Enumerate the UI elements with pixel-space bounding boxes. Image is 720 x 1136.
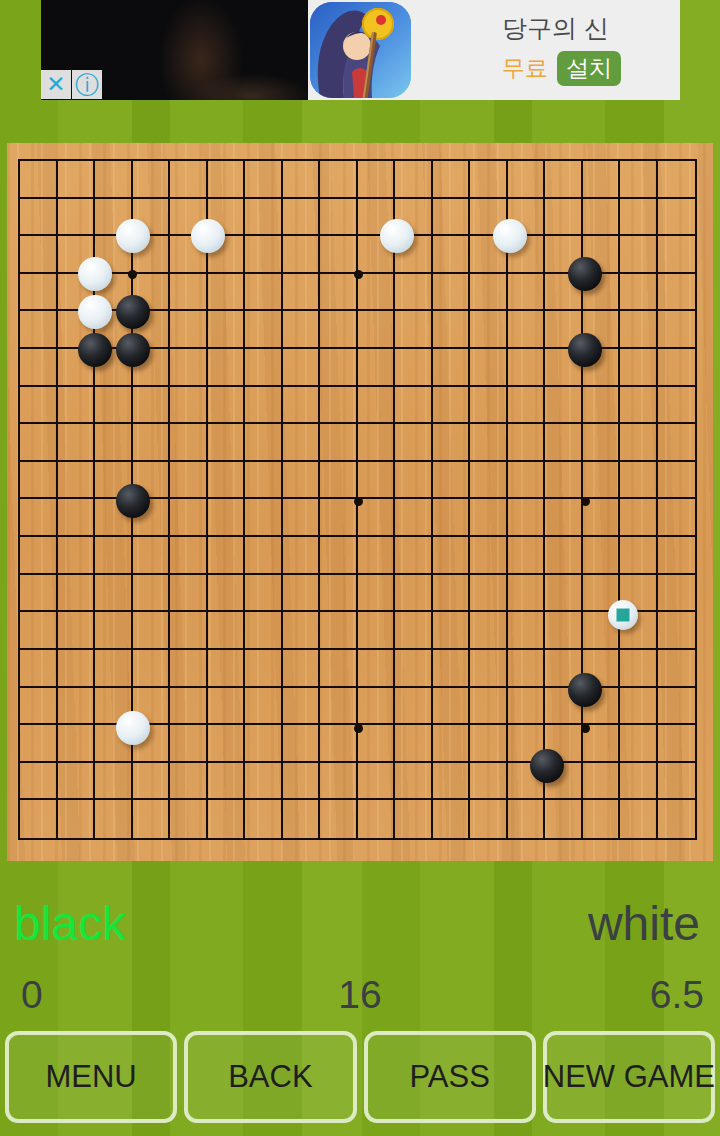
board-cell[interactable] <box>320 236 358 274</box>
board-cell[interactable] <box>133 763 171 801</box>
board-cell[interactable] <box>395 725 433 763</box>
board-cell[interactable] <box>208 274 246 312</box>
board-cell[interactable] <box>358 499 396 537</box>
board-cell[interactable] <box>20 274 58 312</box>
white-komi-score: 6.5 <box>650 973 704 1017</box>
board-cell[interactable] <box>545 161 583 199</box>
board-cell[interactable] <box>320 575 358 613</box>
board-cell[interactable] <box>658 349 696 387</box>
board-cell[interactable] <box>95 161 133 199</box>
board-cell[interactable] <box>508 424 546 462</box>
board-cell[interactable] <box>658 424 696 462</box>
board-cell[interactable] <box>133 575 171 613</box>
board-cell[interactable] <box>508 688 546 726</box>
board-cell[interactable] <box>58 688 96 726</box>
board-cell[interactable] <box>358 575 396 613</box>
board-cell[interactable] <box>545 499 583 537</box>
board-cell[interactable] <box>208 537 246 575</box>
board-cell[interactable] <box>583 763 621 801</box>
board-cell[interactable] <box>283 612 321 650</box>
board-cell[interactable] <box>545 800 583 838</box>
black-player-label: black <box>14 896 126 951</box>
board-cell[interactable] <box>95 424 133 462</box>
board-cell[interactable] <box>470 725 508 763</box>
board-cell[interactable] <box>433 612 471 650</box>
board-cell[interactable] <box>283 725 321 763</box>
board-cell[interactable] <box>658 800 696 838</box>
board-cell[interactable] <box>245 462 283 500</box>
board-cell[interactable] <box>358 612 396 650</box>
board-cell[interactable] <box>283 311 321 349</box>
board-cell[interactable] <box>358 274 396 312</box>
board-cell[interactable] <box>245 236 283 274</box>
board-cell[interactable] <box>620 199 658 237</box>
board-cell[interactable] <box>620 424 658 462</box>
board-cell[interactable] <box>20 311 58 349</box>
ad-install-button[interactable]: 설치 <box>557 51 621 86</box>
board-cell[interactable] <box>358 349 396 387</box>
ad-app-title: 당구의 신 <box>502 12 609 45</box>
board-cell[interactable] <box>583 199 621 237</box>
board-cell[interactable] <box>508 575 546 613</box>
board-cell[interactable] <box>433 725 471 763</box>
board-cell[interactable] <box>245 387 283 425</box>
board-cell[interactable] <box>170 612 208 650</box>
board-cell[interactable] <box>358 311 396 349</box>
new-game-button[interactable]: NEW GAME <box>543 1031 715 1123</box>
board-cell[interactable] <box>58 650 96 688</box>
board-cell[interactable] <box>20 161 58 199</box>
board-cell[interactable] <box>508 499 546 537</box>
board-cell[interactable] <box>170 499 208 537</box>
board-cell[interactable] <box>620 650 658 688</box>
board-cell[interactable] <box>283 688 321 726</box>
board-cell[interactable] <box>470 575 508 613</box>
board-cell[interactable] <box>433 575 471 613</box>
board-cell[interactable] <box>395 311 433 349</box>
board-cell[interactable] <box>395 537 433 575</box>
board-cell[interactable] <box>470 763 508 801</box>
board-cell[interactable] <box>658 575 696 613</box>
board-cell[interactable] <box>95 387 133 425</box>
board-cell[interactable] <box>283 349 321 387</box>
board-cell[interactable] <box>358 763 396 801</box>
board-cell[interactable] <box>208 612 246 650</box>
board-cell[interactable] <box>583 537 621 575</box>
board-cell[interactable] <box>508 612 546 650</box>
board-cell[interactable] <box>208 763 246 801</box>
board-cell[interactable] <box>170 462 208 500</box>
board-cell[interactable] <box>20 575 58 613</box>
board-cell[interactable] <box>620 236 658 274</box>
white-stone <box>608 600 638 630</box>
board-cell[interactable] <box>58 763 96 801</box>
move-counter: 16 <box>0 973 720 1017</box>
board-cell[interactable] <box>508 161 546 199</box>
board-cell[interactable] <box>583 462 621 500</box>
board-cell[interactable] <box>658 387 696 425</box>
board-cell[interactable] <box>170 725 208 763</box>
board-cell[interactable] <box>283 800 321 838</box>
board-cell[interactable] <box>170 349 208 387</box>
board-cell[interactable] <box>245 537 283 575</box>
board-cell[interactable] <box>283 236 321 274</box>
ad-banner[interactable]: 당구의 신 무료 설치 ✕ ⓘ <box>41 0 680 100</box>
board-cell[interactable] <box>283 424 321 462</box>
board-cell[interactable] <box>470 311 508 349</box>
star-point <box>128 270 137 279</box>
board-cell[interactable] <box>58 462 96 500</box>
board-cell[interactable] <box>133 387 171 425</box>
board-cell[interactable] <box>283 387 321 425</box>
board-cell[interactable] <box>320 763 358 801</box>
board-cell[interactable] <box>395 424 433 462</box>
board-cell[interactable] <box>583 387 621 425</box>
board-cell[interactable] <box>470 424 508 462</box>
board-cell[interactable] <box>545 462 583 500</box>
board-cell[interactable] <box>658 650 696 688</box>
board-cell[interactable] <box>170 274 208 312</box>
go-board[interactable] <box>7 143 713 861</box>
board-cell[interactable] <box>170 161 208 199</box>
control-bar: MENU BACK PASS NEW GAME <box>5 1031 715 1123</box>
board-cell[interactable] <box>20 688 58 726</box>
board-cell[interactable] <box>208 688 246 726</box>
board-cell[interactable] <box>358 725 396 763</box>
board-cell[interactable] <box>470 650 508 688</box>
board-cell[interactable] <box>620 462 658 500</box>
board-cell[interactable] <box>620 161 658 199</box>
board-cell[interactable] <box>358 424 396 462</box>
board-cell[interactable] <box>245 199 283 237</box>
star-point <box>354 270 363 279</box>
board-cell[interactable] <box>508 274 546 312</box>
board-cell[interactable] <box>433 236 471 274</box>
board-cell[interactable] <box>658 199 696 237</box>
board-cell[interactable] <box>208 650 246 688</box>
board-cell[interactable] <box>283 274 321 312</box>
board-cell[interactable] <box>58 537 96 575</box>
board-cell[interactable] <box>620 349 658 387</box>
board-cell[interactable] <box>583 800 621 838</box>
board-cell[interactable] <box>320 161 358 199</box>
board-cell[interactable] <box>95 650 133 688</box>
board-cell[interactable] <box>245 349 283 387</box>
board-cell[interactable] <box>658 462 696 500</box>
board-cell[interactable] <box>170 537 208 575</box>
board-cell[interactable] <box>320 387 358 425</box>
board-cell[interactable] <box>545 199 583 237</box>
board-cell[interactable] <box>58 725 96 763</box>
board-cell[interactable] <box>433 650 471 688</box>
board-cell[interactable] <box>283 575 321 613</box>
board-cell[interactable] <box>20 236 58 274</box>
board-cell[interactable] <box>320 462 358 500</box>
board-cell[interactable] <box>620 800 658 838</box>
board-cell[interactable] <box>395 650 433 688</box>
board-cell[interactable] <box>470 462 508 500</box>
board-cell[interactable] <box>320 688 358 726</box>
board-cell[interactable] <box>170 575 208 613</box>
board-cell[interactable] <box>508 311 546 349</box>
board-cell[interactable] <box>208 462 246 500</box>
board-cell[interactable] <box>508 800 546 838</box>
board-cell[interactable] <box>433 161 471 199</box>
board-cell[interactable] <box>283 650 321 688</box>
board-cell[interactable] <box>433 387 471 425</box>
board-cell[interactable] <box>358 650 396 688</box>
board-cell[interactable] <box>320 311 358 349</box>
board-cell[interactable] <box>283 199 321 237</box>
board-cell[interactable] <box>470 349 508 387</box>
star-point <box>354 724 363 733</box>
board-cell[interactable] <box>208 725 246 763</box>
board-cell[interactable] <box>433 424 471 462</box>
white-stone <box>116 219 150 253</box>
board-cell[interactable] <box>358 800 396 838</box>
board-cell[interactable] <box>395 274 433 312</box>
white-stone <box>78 257 112 291</box>
board-cell[interactable] <box>395 462 433 500</box>
board-cell[interactable] <box>20 800 58 838</box>
board-cell[interactable] <box>20 199 58 237</box>
board-cell[interactable] <box>658 161 696 199</box>
board-cell[interactable] <box>208 349 246 387</box>
board-cell[interactable] <box>95 575 133 613</box>
board-cell[interactable] <box>170 311 208 349</box>
white-stone <box>380 219 414 253</box>
board-cell[interactable] <box>433 800 471 838</box>
board-cell[interactable] <box>433 199 471 237</box>
board-cell[interactable] <box>395 800 433 838</box>
board-cell[interactable] <box>20 612 58 650</box>
board-cell[interactable] <box>470 688 508 726</box>
board-cell[interactable] <box>95 763 133 801</box>
board-cell[interactable] <box>658 688 696 726</box>
board-cell[interactable] <box>58 424 96 462</box>
board-cell[interactable] <box>170 650 208 688</box>
board-cell[interactable] <box>58 199 96 237</box>
board-cell[interactable] <box>320 274 358 312</box>
board-cell[interactable] <box>545 424 583 462</box>
board-cell[interactable] <box>245 575 283 613</box>
board-cell[interactable] <box>658 612 696 650</box>
board-cell[interactable] <box>620 537 658 575</box>
board-cell[interactable] <box>320 800 358 838</box>
white-stone <box>191 219 225 253</box>
board-cell[interactable] <box>358 387 396 425</box>
board-cell[interactable] <box>508 537 546 575</box>
board-cell[interactable] <box>170 387 208 425</box>
back-button[interactable]: BACK <box>184 1031 356 1123</box>
board-cell[interactable] <box>433 349 471 387</box>
menu-button[interactable]: MENU <box>5 1031 177 1123</box>
board-cell[interactable] <box>133 161 171 199</box>
board-cell[interactable] <box>470 387 508 425</box>
board-cell[interactable] <box>358 462 396 500</box>
board-cell[interactable] <box>208 311 246 349</box>
board-cell[interactable] <box>20 763 58 801</box>
board-cell[interactable] <box>433 274 471 312</box>
board-cell[interactable] <box>320 424 358 462</box>
white-stone <box>493 219 527 253</box>
board-cell[interactable] <box>358 161 396 199</box>
board-cell[interactable] <box>133 612 171 650</box>
board-cell[interactable] <box>545 537 583 575</box>
board-cell[interactable] <box>358 688 396 726</box>
board-cell[interactable] <box>470 800 508 838</box>
board-cell[interactable] <box>208 161 246 199</box>
board-cell[interactable] <box>508 349 546 387</box>
board-cell[interactable] <box>283 499 321 537</box>
board-cell[interactable] <box>208 499 246 537</box>
black-stone <box>568 257 602 291</box>
board-cell[interactable] <box>620 688 658 726</box>
board-cell[interactable] <box>320 537 358 575</box>
board-cell[interactable] <box>283 161 321 199</box>
board-cell[interactable] <box>545 612 583 650</box>
board-cell[interactable] <box>395 349 433 387</box>
board-cell[interactable] <box>433 537 471 575</box>
board-cell[interactable] <box>358 537 396 575</box>
board-cell[interactable] <box>58 161 96 199</box>
board-cell[interactable] <box>508 462 546 500</box>
board-cell[interactable] <box>283 462 321 500</box>
board-cell[interactable] <box>620 725 658 763</box>
board-cell[interactable] <box>95 612 133 650</box>
board-cell[interactable] <box>433 499 471 537</box>
board-cell[interactable] <box>95 537 133 575</box>
board-cell[interactable] <box>433 311 471 349</box>
board-cell[interactable] <box>170 424 208 462</box>
board-cell[interactable] <box>245 161 283 199</box>
board-cell[interactable] <box>320 349 358 387</box>
board-cell[interactable] <box>658 236 696 274</box>
board-cell[interactable] <box>583 161 621 199</box>
board-cell[interactable] <box>658 537 696 575</box>
board-cell[interactable] <box>395 688 433 726</box>
board-cell[interactable] <box>395 612 433 650</box>
board-cell[interactable] <box>208 575 246 613</box>
board-cell[interactable] <box>20 537 58 575</box>
board-cell[interactable] <box>658 725 696 763</box>
board-cell[interactable] <box>20 650 58 688</box>
board-cell[interactable] <box>470 499 508 537</box>
board-cell[interactable] <box>245 274 283 312</box>
white-stone <box>116 711 150 745</box>
billiards-girl-app-icon[interactable] <box>310 2 411 98</box>
board-cell[interactable] <box>658 763 696 801</box>
go-app-screen: { "game": "go", "ad_banner": { "app_titl… <box>0 0 720 1136</box>
board-cell[interactable] <box>470 537 508 575</box>
board-cell[interactable] <box>170 800 208 838</box>
board-cell[interactable] <box>320 612 358 650</box>
board-cell[interactable] <box>508 387 546 425</box>
board-cell[interactable] <box>433 462 471 500</box>
board-cell[interactable] <box>320 650 358 688</box>
board-cell[interactable] <box>208 387 246 425</box>
board-cell[interactable] <box>395 499 433 537</box>
board-cell[interactable] <box>58 800 96 838</box>
board-cell[interactable] <box>58 575 96 613</box>
board-cell[interactable] <box>245 650 283 688</box>
board-cell[interactable] <box>395 763 433 801</box>
board-cell[interactable] <box>620 311 658 349</box>
board-cell[interactable] <box>20 462 58 500</box>
board-cell[interactable] <box>58 612 96 650</box>
board-cell[interactable] <box>433 763 471 801</box>
star-point <box>581 497 590 506</box>
board-cell[interactable] <box>433 688 471 726</box>
board-cell[interactable] <box>170 763 208 801</box>
board-cell[interactable] <box>658 274 696 312</box>
board-cell[interactable] <box>245 499 283 537</box>
ad-sub-row: 무료 설치 <box>502 51 621 86</box>
board-cell[interactable] <box>583 424 621 462</box>
board-cell[interactable] <box>58 387 96 425</box>
ad-close-icon[interactable]: ✕ <box>41 70 71 99</box>
board-cell[interactable] <box>320 499 358 537</box>
board-cell[interactable] <box>245 424 283 462</box>
board-cell[interactable] <box>620 499 658 537</box>
board-cell[interactable] <box>20 387 58 425</box>
board-cell[interactable] <box>320 199 358 237</box>
board-cell[interactable] <box>395 161 433 199</box>
board-cell[interactable] <box>283 537 321 575</box>
board-cell[interactable] <box>20 499 58 537</box>
board-cell[interactable] <box>245 612 283 650</box>
ad-info-icon[interactable]: ⓘ <box>72 70 102 99</box>
board-cell[interactable] <box>620 274 658 312</box>
board-cell[interactable] <box>20 424 58 462</box>
board-cell[interactable] <box>658 311 696 349</box>
board-cell[interactable] <box>545 387 583 425</box>
board-cell[interactable] <box>245 800 283 838</box>
board-cell[interactable] <box>170 688 208 726</box>
board-cell[interactable] <box>508 650 546 688</box>
board-cell[interactable] <box>620 387 658 425</box>
board-cell[interactable] <box>395 575 433 613</box>
board-cell[interactable] <box>545 575 583 613</box>
pass-button[interactable]: PASS <box>364 1031 536 1123</box>
board-cell[interactable] <box>283 763 321 801</box>
board-cell[interactable] <box>245 311 283 349</box>
board-cell[interactable] <box>95 800 133 838</box>
board-cell[interactable] <box>20 725 58 763</box>
black-stone <box>116 295 150 329</box>
board-cell[interactable] <box>208 800 246 838</box>
board-cell[interactable] <box>658 499 696 537</box>
board-cell[interactable] <box>133 800 171 838</box>
board-cell[interactable] <box>245 725 283 763</box>
board-cell[interactable] <box>320 725 358 763</box>
board-cell[interactable] <box>620 763 658 801</box>
board-cell[interactable] <box>395 387 433 425</box>
board-cell[interactable] <box>470 274 508 312</box>
board-cell[interactable] <box>133 424 171 462</box>
board-cell[interactable] <box>20 349 58 387</box>
star-point <box>581 724 590 733</box>
board-cell[interactable] <box>245 688 283 726</box>
board-cell[interactable] <box>470 612 508 650</box>
board-cell[interactable] <box>245 763 283 801</box>
board-cell[interactable] <box>208 424 246 462</box>
last-move-marker <box>616 608 629 621</box>
board-cell[interactable] <box>470 161 508 199</box>
board-cell[interactable] <box>133 650 171 688</box>
board-cell[interactable] <box>133 537 171 575</box>
board-cell[interactable] <box>58 499 96 537</box>
